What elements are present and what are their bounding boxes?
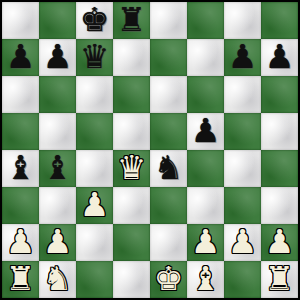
- square-b2[interactable]: ♟: [39, 224, 76, 261]
- square-e7[interactable]: [150, 39, 187, 76]
- square-a7[interactable]: ♟: [2, 39, 39, 76]
- black-pawn-piece: ♟: [228, 40, 258, 73]
- square-c1[interactable]: [76, 261, 113, 298]
- square-c5[interactable]: [76, 113, 113, 150]
- square-g2[interactable]: ♟: [224, 224, 261, 261]
- square-d3[interactable]: [113, 187, 150, 224]
- square-a2[interactable]: ♟: [2, 224, 39, 261]
- square-d2[interactable]: [113, 224, 150, 261]
- square-d6[interactable]: [113, 76, 150, 113]
- square-g8[interactable]: [224, 2, 261, 39]
- square-a6[interactable]: [2, 76, 39, 113]
- square-a5[interactable]: [2, 113, 39, 150]
- black-king-piece: ♚: [80, 3, 110, 36]
- black-rook-piece: ♜: [117, 3, 147, 36]
- white-pawn-piece: ♟: [6, 225, 36, 258]
- square-a8[interactable]: [2, 2, 39, 39]
- square-g6[interactable]: [224, 76, 261, 113]
- square-b1[interactable]: ♞: [39, 261, 76, 298]
- square-c7[interactable]: ♛: [76, 39, 113, 76]
- white-pawn-piece: ♟: [228, 225, 258, 258]
- square-a3[interactable]: [2, 187, 39, 224]
- square-f8[interactable]: [187, 2, 224, 39]
- black-knight-piece: ♞: [154, 151, 184, 184]
- square-d4[interactable]: ♛: [113, 150, 150, 187]
- square-h8[interactable]: [261, 2, 298, 39]
- white-king-piece: ♚: [154, 262, 184, 295]
- square-a1[interactable]: ♜: [2, 261, 39, 298]
- square-h2[interactable]: ♟: [261, 224, 298, 261]
- black-pawn-piece: ♟: [265, 40, 295, 73]
- square-f1[interactable]: ♝: [187, 261, 224, 298]
- square-d5[interactable]: [113, 113, 150, 150]
- black-bishop-piece: ♝: [43, 151, 73, 184]
- white-pawn-piece: ♟: [265, 225, 295, 258]
- square-f2[interactable]: ♟: [187, 224, 224, 261]
- square-e2[interactable]: [150, 224, 187, 261]
- square-g5[interactable]: [224, 113, 261, 150]
- square-f7[interactable]: [187, 39, 224, 76]
- square-g4[interactable]: [224, 150, 261, 187]
- white-rook-piece: ♜: [265, 262, 295, 295]
- square-e1[interactable]: ♚: [150, 261, 187, 298]
- white-rook-piece: ♜: [6, 262, 36, 295]
- black-pawn-piece: ♟: [191, 114, 221, 147]
- square-f4[interactable]: [187, 150, 224, 187]
- square-h6[interactable]: [261, 76, 298, 113]
- white-pawn-piece: ♟: [191, 225, 221, 258]
- square-b4[interactable]: ♝: [39, 150, 76, 187]
- square-d1[interactable]: [113, 261, 150, 298]
- white-pawn-piece: ♟: [80, 188, 110, 221]
- square-c6[interactable]: [76, 76, 113, 113]
- white-knight-piece: ♞: [43, 262, 73, 295]
- square-h7[interactable]: ♟: [261, 39, 298, 76]
- square-f6[interactable]: [187, 76, 224, 113]
- square-f5[interactable]: ♟: [187, 113, 224, 150]
- square-a4[interactable]: ♝: [2, 150, 39, 187]
- chess-board: ♚♜♟♟♛♟♟♟♝♝♛♞♟♟♟♟♟♟♜♞♚♝♜: [0, 0, 300, 300]
- square-h3[interactable]: [261, 187, 298, 224]
- square-b3[interactable]: [39, 187, 76, 224]
- square-c8[interactable]: ♚: [76, 2, 113, 39]
- square-b7[interactable]: ♟: [39, 39, 76, 76]
- square-h1[interactable]: ♜: [261, 261, 298, 298]
- square-c3[interactable]: ♟: [76, 187, 113, 224]
- black-queen-piece: ♛: [80, 40, 110, 73]
- square-g3[interactable]: [224, 187, 261, 224]
- square-g7[interactable]: ♟: [224, 39, 261, 76]
- black-pawn-piece: ♟: [43, 40, 73, 73]
- square-e6[interactable]: [150, 76, 187, 113]
- square-h5[interactable]: [261, 113, 298, 150]
- square-d7[interactable]: [113, 39, 150, 76]
- square-e8[interactable]: [150, 2, 187, 39]
- square-b5[interactable]: [39, 113, 76, 150]
- square-c2[interactable]: [76, 224, 113, 261]
- square-e5[interactable]: [150, 113, 187, 150]
- square-f3[interactable]: [187, 187, 224, 224]
- black-bishop-piece: ♝: [6, 151, 36, 184]
- white-queen-piece: ♛: [117, 151, 147, 184]
- black-pawn-piece: ♟: [6, 40, 36, 73]
- square-c4[interactable]: [76, 150, 113, 187]
- white-pawn-piece: ♟: [43, 225, 73, 258]
- square-b6[interactable]: [39, 76, 76, 113]
- square-b8[interactable]: [39, 2, 76, 39]
- square-d8[interactable]: ♜: [113, 2, 150, 39]
- square-h4[interactable]: [261, 150, 298, 187]
- white-bishop-piece: ♝: [191, 262, 221, 295]
- square-g1[interactable]: [224, 261, 261, 298]
- square-e3[interactable]: [150, 187, 187, 224]
- square-e4[interactable]: ♞: [150, 150, 187, 187]
